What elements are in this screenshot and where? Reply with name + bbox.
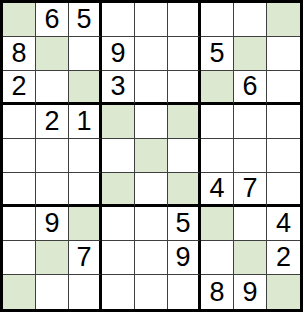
cell-r8c5[interactable] <box>135 241 168 275</box>
cell-r7c6[interactable]: 5 <box>168 207 201 241</box>
cell-r6c2[interactable] <box>36 173 69 207</box>
cell-r2c8[interactable] <box>234 37 267 71</box>
cell-r6c7[interactable]: 4 <box>201 173 234 207</box>
cell-r9c9[interactable] <box>267 275 300 309</box>
cell-r2c9[interactable] <box>267 37 300 71</box>
cell-r9c6[interactable] <box>168 275 201 309</box>
cell-r3c7[interactable] <box>201 71 234 105</box>
cell-r3c5[interactable] <box>135 71 168 105</box>
sudoku-board: 65895236214795479289 <box>0 0 303 312</box>
cell-r8c8[interactable] <box>234 241 267 275</box>
cell-r8c6[interactable]: 9 <box>168 241 201 275</box>
cell-r3c4[interactable]: 3 <box>102 71 135 105</box>
cell-r3c9[interactable] <box>267 71 300 105</box>
cell-r7c7[interactable] <box>201 207 234 241</box>
cell-r7c8[interactable] <box>234 207 267 241</box>
cell-r2c6[interactable] <box>168 37 201 71</box>
cell-r9c7[interactable]: 8 <box>201 275 234 309</box>
cell-r2c7[interactable]: 5 <box>201 37 234 71</box>
cell-r7c4[interactable] <box>102 207 135 241</box>
cell-r3c6[interactable] <box>168 71 201 105</box>
cell-r4c2[interactable]: 2 <box>36 105 69 139</box>
cell-r8c9[interactable]: 2 <box>267 241 300 275</box>
cell-r1c8[interactable] <box>234 3 267 37</box>
cell-r3c3[interactable] <box>69 71 102 105</box>
cell-r2c3[interactable] <box>69 37 102 71</box>
cell-r5c2[interactable] <box>36 139 69 173</box>
cell-r9c5[interactable] <box>135 275 168 309</box>
cell-r4c5[interactable] <box>135 105 168 139</box>
cell-r6c3[interactable] <box>69 173 102 207</box>
cell-r6c5[interactable] <box>135 173 168 207</box>
cell-r4c7[interactable] <box>201 105 234 139</box>
cell-r2c1[interactable]: 8 <box>3 37 36 71</box>
cell-r5c3[interactable] <box>69 139 102 173</box>
cell-r9c3[interactable] <box>69 275 102 309</box>
cell-r4c8[interactable] <box>234 105 267 139</box>
cell-r7c1[interactable] <box>3 207 36 241</box>
cell-r1c2[interactable]: 6 <box>36 3 69 37</box>
cell-r8c7[interactable] <box>201 241 234 275</box>
cell-r4c9[interactable] <box>267 105 300 139</box>
cell-r8c2[interactable] <box>36 241 69 275</box>
cell-r2c4[interactable]: 9 <box>102 37 135 71</box>
cell-r4c1[interactable] <box>3 105 36 139</box>
cell-r7c3[interactable] <box>69 207 102 241</box>
cell-r1c6[interactable] <box>168 3 201 37</box>
cell-r4c6[interactable] <box>168 105 201 139</box>
cell-r5c9[interactable] <box>267 139 300 173</box>
cell-r6c9[interactable] <box>267 173 300 207</box>
cell-r6c1[interactable] <box>3 173 36 207</box>
cell-r1c1[interactable] <box>3 3 36 37</box>
cell-r2c2[interactable] <box>36 37 69 71</box>
cell-r1c4[interactable] <box>102 3 135 37</box>
cell-r3c1[interactable]: 2 <box>3 71 36 105</box>
cell-r7c5[interactable] <box>135 207 168 241</box>
cell-r6c4[interactable] <box>102 173 135 207</box>
cell-r9c1[interactable] <box>3 275 36 309</box>
cell-r8c4[interactable] <box>102 241 135 275</box>
cell-r3c8[interactable]: 6 <box>234 71 267 105</box>
cell-r5c1[interactable] <box>3 139 36 173</box>
cell-r5c5[interactable] <box>135 139 168 173</box>
cell-r9c2[interactable] <box>36 275 69 309</box>
cell-r1c5[interactable] <box>135 3 168 37</box>
cell-r3c2[interactable] <box>36 71 69 105</box>
cell-r7c9[interactable]: 4 <box>267 207 300 241</box>
cell-r4c3[interactable]: 1 <box>69 105 102 139</box>
cell-r6c6[interactable] <box>168 173 201 207</box>
cell-r5c8[interactable] <box>234 139 267 173</box>
cell-r8c3[interactable]: 7 <box>69 241 102 275</box>
cell-r5c6[interactable] <box>168 139 201 173</box>
cell-r5c7[interactable] <box>201 139 234 173</box>
cell-r7c2[interactable]: 9 <box>36 207 69 241</box>
cell-r8c1[interactable] <box>3 241 36 275</box>
cell-r1c7[interactable] <box>201 3 234 37</box>
cell-r9c4[interactable] <box>102 275 135 309</box>
cell-r2c5[interactable] <box>135 37 168 71</box>
cell-r9c8[interactable]: 9 <box>234 275 267 309</box>
cell-r5c4[interactable] <box>102 139 135 173</box>
cell-r1c3[interactable]: 5 <box>69 3 102 37</box>
cell-r6c8[interactable]: 7 <box>234 173 267 207</box>
cell-r4c4[interactable] <box>102 105 135 139</box>
cell-r1c9[interactable] <box>267 3 300 37</box>
